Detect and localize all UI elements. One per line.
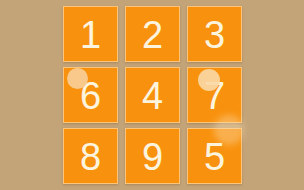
tile-5[interactable]: 5 — [187, 128, 242, 184]
tile-7[interactable]: 7 — [187, 67, 242, 123]
tile-9[interactable]: 9 — [125, 128, 180, 184]
tile-1[interactable]: 1 — [63, 6, 118, 62]
puzzle-board: 1 2 3 6 4 7 8 9 5 — [63, 6, 242, 184]
tile-4[interactable]: 4 — [125, 67, 180, 123]
tile-3[interactable]: 3 — [187, 6, 242, 62]
tile-8[interactable]: 8 — [63, 128, 118, 184]
tile-2[interactable]: 2 — [125, 6, 180, 62]
game-screen: 1 2 3 6 4 7 8 9 5 — [0, 0, 304, 190]
tile-6[interactable]: 6 — [63, 67, 118, 123]
